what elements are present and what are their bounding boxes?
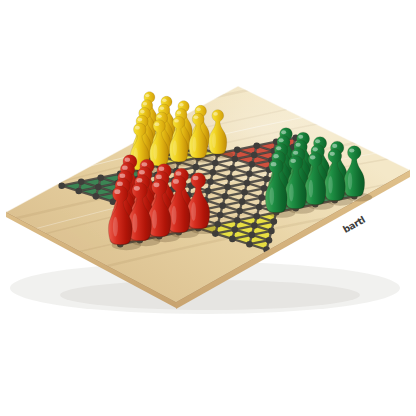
product-photo: bartl: [0, 0, 416, 416]
chinese-checkers-scene: bartl: [0, 0, 416, 416]
brand-logo: bartl: [341, 214, 367, 235]
